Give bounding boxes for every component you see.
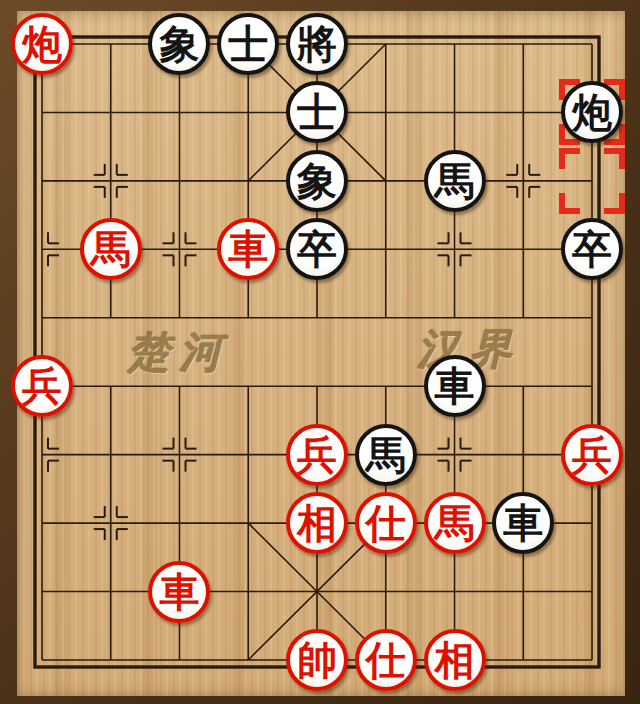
piece-glyph: 卒 [572, 229, 612, 269]
piece-glyph: 帥 [297, 640, 337, 680]
piece-black-horse[interactable]: 馬 [424, 150, 486, 212]
piece-red-soldier[interactable]: 兵 [11, 355, 73, 417]
piece-glyph: 馬 [435, 503, 475, 543]
piece-glyph: 車 [503, 503, 543, 543]
piece-red-elephant[interactable]: 相 [286, 492, 348, 554]
piece-layer: 炮象士將士炮象馬馬車卒卒兵車兵馬兵相仕馬車車帥仕相 [8, 10, 627, 694]
piece-black-horse[interactable]: 馬 [355, 424, 417, 486]
piece-black-chariot[interactable]: 車 [424, 355, 486, 417]
piece-red-general[interactable]: 帥 [286, 629, 348, 691]
piece-red-advisor[interactable]: 仕 [355, 492, 417, 554]
piece-red-soldier[interactable]: 兵 [286, 424, 348, 486]
piece-red-chariot[interactable]: 車 [217, 218, 279, 280]
piece-glyph: 炮 [572, 92, 612, 132]
piece-red-horse[interactable]: 馬 [80, 218, 142, 280]
piece-glyph: 士 [297, 92, 337, 132]
piece-glyph: 將 [297, 24, 337, 64]
piece-black-cannon[interactable]: 炮 [561, 81, 623, 143]
piece-black-advisor[interactable]: 士 [286, 81, 348, 143]
piece-glyph: 車 [228, 229, 268, 269]
piece-glyph: 士 [228, 24, 268, 64]
piece-glyph: 卒 [297, 229, 337, 269]
piece-red-elephant[interactable]: 相 [424, 629, 486, 691]
piece-black-soldier[interactable]: 卒 [561, 218, 623, 280]
piece-black-elephant[interactable]: 象 [148, 13, 210, 75]
piece-red-chariot[interactable]: 車 [148, 561, 210, 623]
piece-black-elephant[interactable]: 象 [286, 150, 348, 212]
piece-black-general[interactable]: 將 [286, 13, 348, 75]
piece-red-advisor[interactable]: 仕 [355, 629, 417, 691]
piece-red-cannon[interactable]: 炮 [11, 13, 73, 75]
piece-glyph: 仕 [366, 640, 406, 680]
piece-glyph: 馬 [435, 161, 475, 201]
piece-black-soldier[interactable]: 卒 [286, 218, 348, 280]
piece-glyph: 象 [297, 161, 337, 201]
piece-glyph: 相 [435, 640, 475, 680]
piece-glyph: 兵 [572, 435, 612, 475]
piece-glyph: 兵 [297, 435, 337, 475]
piece-glyph: 馬 [366, 435, 406, 475]
piece-glyph: 車 [159, 572, 199, 612]
piece-glyph: 車 [435, 366, 475, 406]
xiangqi-board-app: 楚河 汉界 炮象士將士炮象馬馬車卒卒兵車兵馬兵相仕馬車車帥仕相 [0, 0, 640, 704]
piece-red-soldier[interactable]: 兵 [561, 424, 623, 486]
piece-glyph: 仕 [366, 503, 406, 543]
piece-glyph: 炮 [22, 24, 62, 64]
piece-glyph: 象 [159, 24, 199, 64]
piece-glyph: 相 [297, 503, 337, 543]
piece-glyph: 兵 [22, 366, 62, 406]
piece-red-horse[interactable]: 馬 [424, 492, 486, 554]
piece-black-chariot[interactable]: 車 [492, 492, 554, 554]
piece-glyph: 馬 [91, 229, 131, 269]
piece-black-advisor[interactable]: 士 [217, 13, 279, 75]
